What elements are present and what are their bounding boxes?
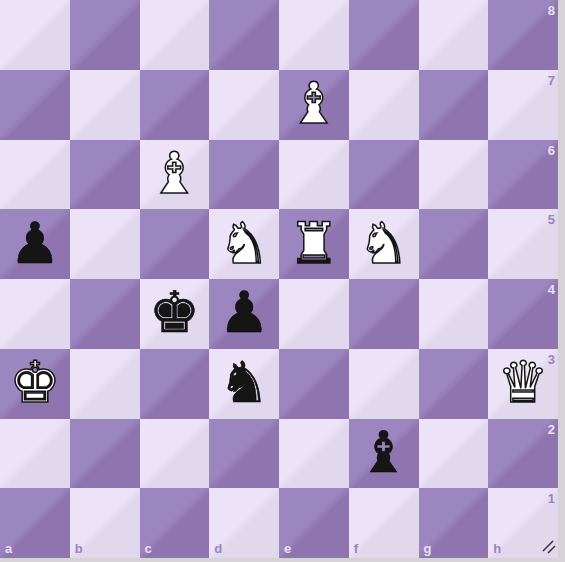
square-h8[interactable] — [488, 0, 558, 70]
square-d1[interactable] — [209, 488, 279, 558]
white-knight-d5[interactable]: ♞ — [219, 215, 270, 272]
square-h7[interactable] — [488, 70, 558, 140]
square-d3[interactable]: ♞ — [209, 349, 279, 419]
square-c5[interactable] — [140, 209, 210, 279]
white-bishop-c6[interactable]: ♝ — [149, 145, 200, 202]
square-c8[interactable] — [140, 0, 210, 70]
square-a1[interactable] — [0, 488, 70, 558]
square-g8[interactable] — [419, 0, 489, 70]
square-c6[interactable]: ♝ — [140, 140, 210, 210]
square-f6[interactable] — [349, 140, 419, 210]
white-knight-f5[interactable]: ♞ — [358, 215, 409, 272]
square-d7[interactable] — [209, 70, 279, 140]
square-c2[interactable] — [140, 419, 210, 489]
square-a8[interactable] — [0, 0, 70, 70]
chess-board: ♝♝♟♞♜♞♚♟♚♞♛♝ abcdefgh87654321 — [0, 0, 558, 558]
square-b8[interactable] — [70, 0, 140, 70]
square-h5[interactable] — [488, 209, 558, 279]
square-c4[interactable]: ♚ — [140, 279, 210, 349]
square-f3[interactable] — [349, 349, 419, 419]
square-g4[interactable] — [419, 279, 489, 349]
black-knight-d3[interactable]: ♞ — [219, 354, 270, 411]
board-resize-handle-icon[interactable] — [541, 539, 556, 554]
square-b6[interactable] — [70, 140, 140, 210]
white-king-a3[interactable]: ♚ — [9, 354, 60, 411]
square-b7[interactable] — [70, 70, 140, 140]
square-h3[interactable]: ♛ — [488, 349, 558, 419]
black-pawn-a5[interactable]: ♟ — [9, 215, 60, 272]
square-f5[interactable]: ♞ — [349, 209, 419, 279]
square-c7[interactable] — [140, 70, 210, 140]
square-e6[interactable] — [279, 140, 349, 210]
square-f8[interactable] — [349, 0, 419, 70]
square-a3[interactable]: ♚ — [0, 349, 70, 419]
square-h4[interactable] — [488, 279, 558, 349]
square-d8[interactable] — [209, 0, 279, 70]
square-e5[interactable]: ♜ — [279, 209, 349, 279]
square-b2[interactable] — [70, 419, 140, 489]
square-a5[interactable]: ♟ — [0, 209, 70, 279]
square-d4[interactable]: ♟ — [209, 279, 279, 349]
square-f4[interactable] — [349, 279, 419, 349]
square-a2[interactable] — [0, 419, 70, 489]
square-a6[interactable] — [0, 140, 70, 210]
square-f7[interactable] — [349, 70, 419, 140]
square-b1[interactable] — [70, 488, 140, 558]
square-b5[interactable] — [70, 209, 140, 279]
square-e4[interactable] — [279, 279, 349, 349]
square-h2[interactable] — [488, 419, 558, 489]
square-g3[interactable] — [419, 349, 489, 419]
square-g1[interactable] — [419, 488, 489, 558]
square-h6[interactable] — [488, 140, 558, 210]
square-b4[interactable] — [70, 279, 140, 349]
square-g6[interactable] — [419, 140, 489, 210]
white-queen-h3[interactable]: ♛ — [498, 354, 549, 411]
square-e2[interactable] — [279, 419, 349, 489]
square-g5[interactable] — [419, 209, 489, 279]
square-g2[interactable] — [419, 419, 489, 489]
square-d5[interactable]: ♞ — [209, 209, 279, 279]
square-e3[interactable] — [279, 349, 349, 419]
square-a7[interactable] — [0, 70, 70, 140]
square-d2[interactable] — [209, 419, 279, 489]
square-f1[interactable] — [349, 488, 419, 558]
square-g7[interactable] — [419, 70, 489, 140]
square-c1[interactable] — [140, 488, 210, 558]
white-rook-e5[interactable]: ♜ — [288, 215, 339, 272]
black-pawn-d4[interactable]: ♟ — [219, 284, 270, 341]
square-e1[interactable] — [279, 488, 349, 558]
black-bishop-f2[interactable]: ♝ — [358, 424, 409, 481]
square-a4[interactable] — [0, 279, 70, 349]
square-f2[interactable]: ♝ — [349, 419, 419, 489]
square-d6[interactable] — [209, 140, 279, 210]
square-e7[interactable]: ♝ — [279, 70, 349, 140]
black-king-c4[interactable]: ♚ — [149, 284, 200, 341]
square-b3[interactable] — [70, 349, 140, 419]
square-c3[interactable] — [140, 349, 210, 419]
white-bishop-e7[interactable]: ♝ — [288, 75, 339, 132]
square-e8[interactable] — [279, 0, 349, 70]
